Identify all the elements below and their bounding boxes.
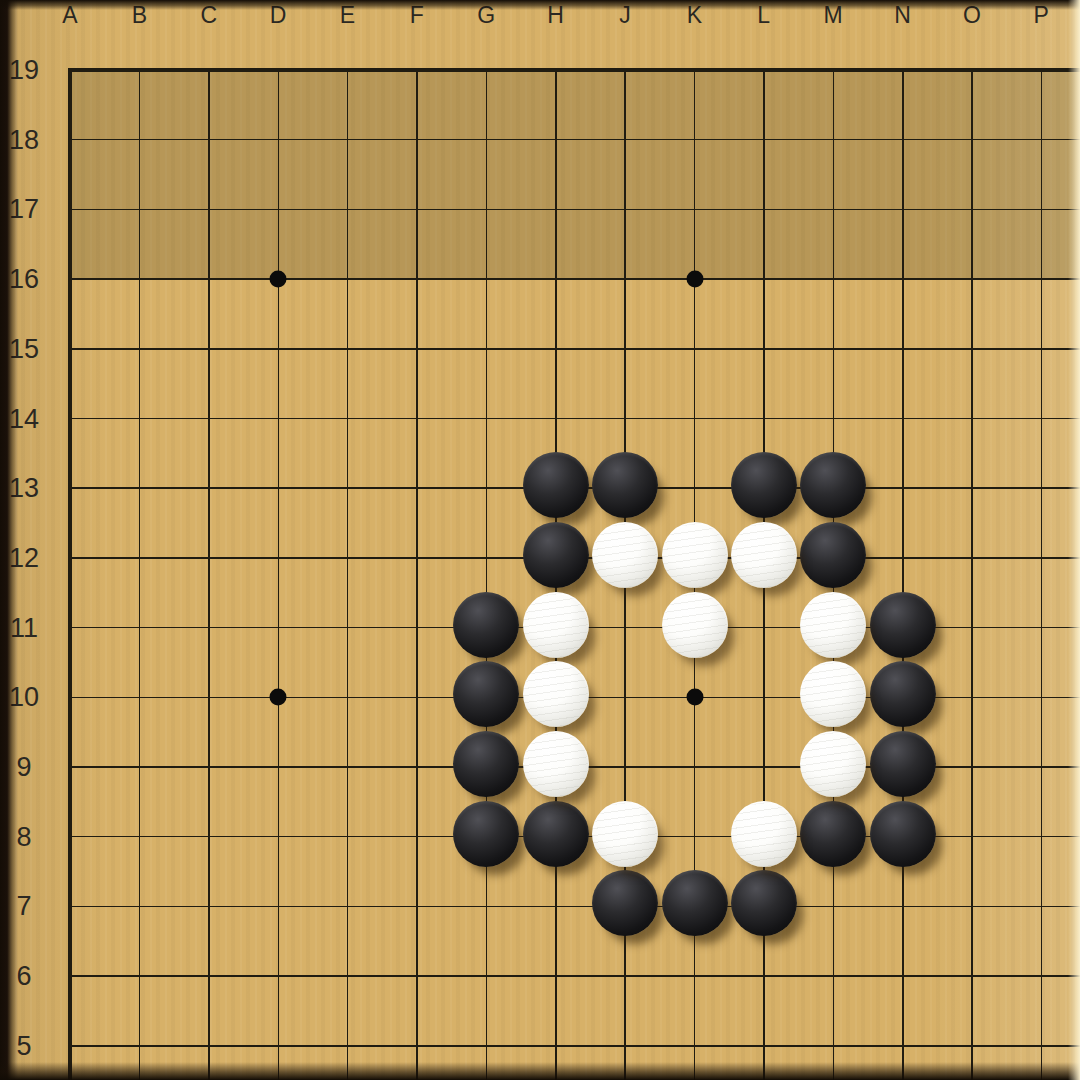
grid-line-horizontal [68,1045,1080,1047]
column-label: H [547,2,564,29]
grid-line-vertical [347,70,349,1080]
column-label: K [687,2,703,29]
row-label: 18 [9,124,39,155]
black-stone[interactable] [870,592,936,658]
column-label: D [270,2,287,29]
column-label: G [477,2,495,29]
white-stone[interactable] [662,522,728,588]
white-stone[interactable] [800,731,866,797]
row-label: 6 [16,961,31,992]
black-stone[interactable] [870,661,936,727]
white-stone[interactable] [592,801,658,867]
row-label: 7 [16,891,31,922]
grid-line-horizontal [68,139,1080,141]
white-stone[interactable] [800,592,866,658]
row-label: 11 [10,612,38,643]
grid-line-vertical [278,70,280,1080]
board-edge-line-left [68,68,72,1080]
grid-line-horizontal [68,418,1080,420]
white-stone[interactable] [731,522,797,588]
row-label: 10 [9,682,39,713]
black-stone[interactable] [453,731,519,797]
grid-line-vertical [971,70,973,1080]
board-frame-bottom-edge [0,1062,1080,1080]
row-label: 8 [16,821,31,852]
grid-line-vertical [1041,70,1043,1080]
black-stone[interactable] [453,801,519,867]
board-frame-top-edge [0,0,1080,10]
column-label: C [200,2,217,29]
grid-line-horizontal [68,209,1080,211]
star-point [270,271,287,288]
white-stone[interactable] [800,661,866,727]
row-label: 13 [9,473,39,504]
black-stone[interactable] [662,870,728,936]
row-label: 9 [16,752,31,783]
black-stone[interactable] [731,452,797,518]
white-stone[interactable] [731,801,797,867]
black-stone[interactable] [523,801,589,867]
board-edge-line-top [68,68,1080,72]
grid-line-vertical [139,70,141,1080]
grid-line-vertical [208,70,210,1080]
grid-line-horizontal [68,348,1080,350]
white-stone[interactable] [523,661,589,727]
star-point [686,271,703,288]
grid-line-horizontal [68,278,1080,280]
row-label: 14 [9,403,39,434]
black-stone[interactable] [592,870,658,936]
board-frame-left-edge [0,0,18,1080]
column-label: B [132,2,148,29]
grid-line-horizontal [68,975,1080,977]
black-stone[interactable] [731,870,797,936]
black-stone[interactable] [453,592,519,658]
black-stone[interactable] [800,801,866,867]
star-point [270,689,287,706]
row-label: 19 [9,55,39,86]
row-label: 5 [16,1030,31,1061]
grid-line-vertical [486,70,488,1080]
column-label: J [619,2,631,29]
grid-line-vertical [902,70,904,1080]
row-label: 12 [9,542,39,573]
column-label: P [1034,2,1050,29]
column-label: O [963,2,981,29]
black-stone[interactable] [800,522,866,588]
row-label: 16 [9,264,39,295]
column-label: N [894,2,911,29]
white-stone[interactable] [592,522,658,588]
star-point [686,689,703,706]
row-label: 15 [9,333,39,364]
column-label: M [824,2,844,29]
black-stone[interactable] [800,452,866,518]
grid-line-vertical [416,70,418,1080]
row-label: 17 [9,194,39,225]
column-label: A [62,2,78,29]
white-stone[interactable] [662,592,728,658]
white-stone[interactable] [523,731,589,797]
black-stone[interactable] [523,522,589,588]
column-label: E [340,2,356,29]
black-stone[interactable] [523,452,589,518]
black-stone[interactable] [870,731,936,797]
grid-line-horizontal [68,906,1080,908]
wood-shade-band [70,70,1080,279]
column-label: L [757,2,770,29]
white-stone[interactable] [523,592,589,658]
black-stone[interactable] [453,661,519,727]
go-board[interactable]: ABCDEFGHJKLMNOP1918171615141312111098765 [0,0,1080,1080]
black-stone[interactable] [592,452,658,518]
column-label: F [410,2,425,29]
black-stone[interactable] [870,801,936,867]
